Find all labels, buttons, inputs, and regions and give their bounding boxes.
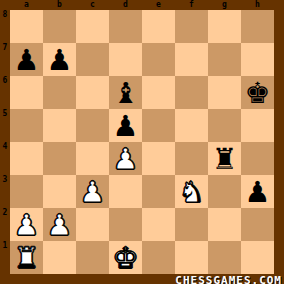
white-king-d1: ♚ [109, 241, 142, 274]
chessgames-brand: CHESSGAMES.COM [175, 274, 282, 284]
square-c7 [76, 43, 109, 76]
square-b8 [43, 10, 76, 43]
rank-label-2: 2 [0, 208, 10, 241]
square-a6 [10, 76, 43, 109]
square-f2 [175, 208, 208, 241]
square-d6: ♝ [109, 76, 142, 109]
black-rook-g4: ♜ [208, 142, 241, 175]
square-d3 [109, 175, 142, 208]
square-f1 [175, 241, 208, 274]
file-label-h: h [241, 0, 274, 10]
file-label-e: e [142, 0, 175, 10]
square-f5 [175, 109, 208, 142]
square-d4: ♟ [109, 142, 142, 175]
square-c1 [76, 241, 109, 274]
square-f4 [175, 142, 208, 175]
square-b3 [43, 175, 76, 208]
square-f6 [175, 76, 208, 109]
file-label-d: d [109, 0, 142, 10]
square-g3 [208, 175, 241, 208]
square-d8 [109, 10, 142, 43]
square-h1 [241, 241, 274, 274]
black-pawn-b7: ♟ [43, 43, 76, 76]
square-c6 [76, 76, 109, 109]
square-c2 [76, 208, 109, 241]
black-pawn-d5: ♟ [109, 109, 142, 142]
square-g2 [208, 208, 241, 241]
square-e2 [142, 208, 175, 241]
black-pawn-h3: ♟ [241, 175, 274, 208]
rank-label-6: 6 [0, 76, 10, 109]
square-a1: ♜ [10, 241, 43, 274]
chess-diagram-frame: abcdefgh 87654321 ♟♟♝♚♟♟♜♟♞♟♟♟♜♚ CHESSGA… [0, 0, 284, 284]
white-pawn-b2: ♟ [43, 208, 76, 241]
square-d7 [109, 43, 142, 76]
square-f7 [175, 43, 208, 76]
square-a5 [10, 109, 43, 142]
square-f3: ♞ [175, 175, 208, 208]
square-a2: ♟ [10, 208, 43, 241]
square-e7 [142, 43, 175, 76]
white-knight-f3: ♞ [175, 175, 208, 208]
square-g7 [208, 43, 241, 76]
white-rook-a1: ♜ [10, 241, 43, 274]
square-h4 [241, 142, 274, 175]
white-pawn-a2: ♟ [10, 208, 43, 241]
square-h3: ♟ [241, 175, 274, 208]
rank-label-3: 3 [0, 175, 10, 208]
square-d5: ♟ [109, 109, 142, 142]
file-label-c: c [76, 0, 109, 10]
square-c3: ♟ [76, 175, 109, 208]
chess-board: ♟♟♝♚♟♟♜♟♞♟♟♟♜♚ [10, 10, 274, 274]
white-pawn-d4: ♟ [109, 142, 142, 175]
square-d1: ♚ [109, 241, 142, 274]
square-b7: ♟ [43, 43, 76, 76]
black-pawn-a7: ♟ [10, 43, 43, 76]
square-a3 [10, 175, 43, 208]
file-label-b: b [43, 0, 76, 10]
square-c4 [76, 142, 109, 175]
rank-label-5: 5 [0, 109, 10, 142]
square-e8 [142, 10, 175, 43]
square-e5 [142, 109, 175, 142]
square-h6: ♚ [241, 76, 274, 109]
square-h2 [241, 208, 274, 241]
square-g6 [208, 76, 241, 109]
square-g5 [208, 109, 241, 142]
square-b4 [43, 142, 76, 175]
square-e3 [142, 175, 175, 208]
rank-labels: 87654321 [0, 10, 10, 274]
square-b6 [43, 76, 76, 109]
rank-label-1: 1 [0, 241, 10, 274]
square-c5 [76, 109, 109, 142]
square-g1 [208, 241, 241, 274]
square-h7 [241, 43, 274, 76]
square-d2 [109, 208, 142, 241]
file-label-g: g [208, 0, 241, 10]
square-e4 [142, 142, 175, 175]
square-e1 [142, 241, 175, 274]
square-f8 [175, 10, 208, 43]
square-c8 [76, 10, 109, 43]
square-g4: ♜ [208, 142, 241, 175]
rank-label-7: 7 [0, 43, 10, 76]
square-a8 [10, 10, 43, 43]
white-pawn-c3: ♟ [76, 175, 109, 208]
square-h5 [241, 109, 274, 142]
square-b2: ♟ [43, 208, 76, 241]
square-e6 [142, 76, 175, 109]
square-a7: ♟ [10, 43, 43, 76]
square-h8 [241, 10, 274, 43]
file-label-a: a [10, 0, 43, 10]
black-bishop-d6: ♝ [109, 76, 142, 109]
rank-label-4: 4 [0, 142, 10, 175]
black-king-h6: ♚ [241, 76, 274, 109]
square-b5 [43, 109, 76, 142]
square-g8 [208, 10, 241, 43]
rank-label-8: 8 [0, 10, 10, 43]
square-b1 [43, 241, 76, 274]
file-labels: abcdefgh [10, 0, 274, 10]
square-a4 [10, 142, 43, 175]
file-label-f: f [175, 0, 208, 10]
